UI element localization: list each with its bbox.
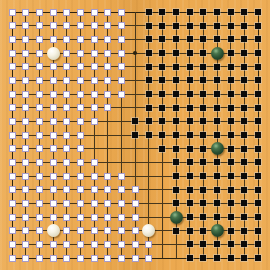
- white-territory-marker: [63, 36, 70, 43]
- black-stone[interactable]: [211, 224, 224, 237]
- white-territory-marker: [36, 91, 43, 98]
- white-territory-marker: [50, 63, 57, 70]
- black-territory-marker: [173, 132, 179, 138]
- white-territory-marker: [118, 227, 125, 234]
- black-territory-marker: [241, 200, 247, 206]
- black-territory-marker: [241, 9, 247, 15]
- white-territory-marker: [77, 91, 84, 98]
- black-territory-marker: [173, 159, 179, 165]
- white-territory-marker: [63, 186, 70, 193]
- white-territory-marker: [36, 77, 43, 84]
- black-territory-marker: [187, 214, 193, 220]
- white-territory-marker: [9, 91, 16, 98]
- white-territory-marker: [63, 200, 70, 207]
- black-territory-marker: [200, 36, 206, 42]
- black-territory-marker: [200, 23, 206, 29]
- black-territory-marker: [255, 228, 261, 234]
- white-territory-marker: [50, 200, 57, 207]
- white-territory-marker: [132, 186, 139, 193]
- black-territory-marker: [255, 132, 261, 138]
- black-territory-marker: [228, 118, 234, 124]
- black-territory-marker: [173, 77, 179, 83]
- black-territory-marker: [159, 64, 165, 70]
- white-territory-marker: [63, 241, 70, 248]
- black-territory-marker: [228, 9, 234, 15]
- white-territory-marker: [104, 186, 111, 193]
- white-territory-marker: [22, 9, 29, 16]
- white-territory-marker: [118, 173, 125, 180]
- black-territory-marker: [214, 173, 220, 179]
- white-territory-marker: [22, 63, 29, 70]
- black-territory-marker: [214, 9, 220, 15]
- white-territory-marker: [36, 227, 43, 234]
- black-territory-marker: [146, 132, 152, 138]
- white-territory-marker: [50, 118, 57, 125]
- white-territory-marker: [104, 9, 111, 16]
- white-territory-marker: [91, 36, 98, 43]
- black-territory-marker: [187, 91, 193, 97]
- white-territory-marker: [77, 255, 84, 262]
- black-territory-marker: [173, 64, 179, 70]
- white-territory-marker: [9, 159, 16, 166]
- white-territory-marker: [118, 77, 125, 84]
- black-territory-marker: [228, 187, 234, 193]
- white-territory-marker: [22, 132, 29, 139]
- white-territory-marker: [77, 173, 84, 180]
- black-territory-marker: [255, 187, 261, 193]
- black-territory-marker: [214, 105, 220, 111]
- white-territory-marker: [63, 255, 70, 262]
- black-territory-marker: [228, 173, 234, 179]
- black-territory-marker: [159, 50, 165, 56]
- white-territory-marker: [77, 227, 84, 234]
- black-territory-marker: [132, 132, 138, 138]
- black-territory-marker: [214, 241, 220, 247]
- white-territory-marker: [9, 255, 16, 262]
- black-territory-marker: [228, 146, 234, 152]
- black-territory-marker: [187, 36, 193, 42]
- white-territory-marker: [36, 214, 43, 221]
- white-territory-marker: [118, 50, 125, 57]
- white-territory-marker: [118, 214, 125, 221]
- black-territory-marker: [187, 173, 193, 179]
- black-territory-marker: [200, 118, 206, 124]
- white-territory-marker: [9, 63, 16, 70]
- white-territory-marker: [104, 77, 111, 84]
- white-territory-marker: [77, 63, 84, 70]
- black-territory-marker: [200, 187, 206, 193]
- black-territory-marker: [200, 105, 206, 111]
- black-stone[interactable]: [211, 142, 224, 155]
- go-board[interactable]: [0, 0, 270, 270]
- white-territory-marker: [36, 50, 43, 57]
- black-territory-marker: [255, 255, 261, 261]
- white-territory-marker: [50, 77, 57, 84]
- black-territory-marker: [187, 9, 193, 15]
- white-territory-marker: [9, 200, 16, 207]
- black-territory-marker: [228, 91, 234, 97]
- white-territory-marker: [63, 173, 70, 180]
- white-territory-marker: [118, 91, 125, 98]
- white-territory-marker: [63, 91, 70, 98]
- black-territory-marker: [200, 241, 206, 247]
- black-stone[interactable]: [170, 211, 183, 224]
- white-territory-marker: [36, 200, 43, 207]
- white-territory-marker: [50, 145, 57, 152]
- white-territory-marker: [50, 255, 57, 262]
- black-territory-marker: [241, 105, 247, 111]
- white-territory-marker: [104, 36, 111, 43]
- black-territory-marker: [255, 105, 261, 111]
- black-territory-marker: [255, 118, 261, 124]
- white-territory-marker: [91, 173, 98, 180]
- white-territory-marker: [22, 255, 29, 262]
- white-territory-marker: [63, 77, 70, 84]
- black-territory-marker: [241, 91, 247, 97]
- white-territory-marker: [118, 22, 125, 29]
- white-territory-marker: [118, 9, 125, 16]
- black-territory-marker: [255, 77, 261, 83]
- white-territory-marker: [63, 104, 70, 111]
- white-territory-marker: [36, 104, 43, 111]
- black-territory-marker: [146, 105, 152, 111]
- black-territory-marker: [159, 77, 165, 83]
- white-territory-marker: [22, 200, 29, 207]
- white-territory-marker: [91, 159, 98, 166]
- white-territory-marker: [63, 227, 70, 234]
- white-territory-marker: [77, 186, 84, 193]
- white-territory-marker: [9, 77, 16, 84]
- black-territory-marker: [173, 91, 179, 97]
- white-territory-marker: [91, 50, 98, 57]
- white-territory-marker: [50, 36, 57, 43]
- black-territory-marker: [228, 105, 234, 111]
- white-territory-marker: [145, 241, 152, 248]
- black-territory-marker: [255, 159, 261, 165]
- black-territory-marker: [159, 118, 165, 124]
- black-territory-marker: [214, 132, 220, 138]
- white-territory-marker: [50, 173, 57, 180]
- black-territory-marker: [146, 64, 152, 70]
- white-territory-marker: [50, 104, 57, 111]
- white-territory-marker: [22, 50, 29, 57]
- white-territory-marker: [63, 9, 70, 16]
- white-stone[interactable]: [47, 47, 60, 60]
- white-territory-marker: [77, 118, 84, 125]
- black-territory-marker: [173, 50, 179, 56]
- white-territory-marker: [118, 241, 125, 248]
- white-territory-marker: [91, 200, 98, 207]
- white-territory-marker: [132, 200, 139, 207]
- black-territory-marker: [228, 228, 234, 234]
- white-territory-marker: [63, 22, 70, 29]
- white-territory-marker: [77, 132, 84, 139]
- white-territory-marker: [36, 241, 43, 248]
- white-territory-marker: [104, 200, 111, 207]
- white-territory-marker: [118, 255, 125, 262]
- black-territory-marker: [200, 255, 206, 261]
- white-territory-marker: [22, 104, 29, 111]
- white-territory-marker: [91, 104, 98, 111]
- black-territory-marker: [241, 241, 247, 247]
- white-territory-marker: [132, 241, 139, 248]
- white-stone[interactable]: [47, 224, 60, 237]
- black-territory-marker: [173, 118, 179, 124]
- white-territory-marker: [118, 63, 125, 70]
- white-territory-marker: [77, 50, 84, 57]
- black-territory-marker: [173, 228, 179, 234]
- black-territory-marker: [228, 64, 234, 70]
- black-territory-marker: [241, 214, 247, 220]
- black-territory-marker: [214, 187, 220, 193]
- white-territory-marker: [91, 63, 98, 70]
- black-territory-marker: [200, 132, 206, 138]
- black-territory-marker: [173, 200, 179, 206]
- black-territory-marker: [200, 228, 206, 234]
- black-territory-marker: [146, 36, 152, 42]
- black-territory-marker: [214, 23, 220, 29]
- black-territory-marker: [255, 23, 261, 29]
- white-territory-marker: [9, 104, 16, 111]
- white-territory-marker: [91, 227, 98, 234]
- black-territory-marker: [214, 36, 220, 42]
- black-territory-marker: [200, 77, 206, 83]
- white-territory-marker: [36, 255, 43, 262]
- white-territory-marker: [77, 214, 84, 221]
- white-territory-marker: [50, 9, 57, 16]
- white-territory-marker: [9, 214, 16, 221]
- white-territory-marker: [22, 36, 29, 43]
- white-territory-marker: [132, 227, 139, 234]
- black-territory-marker: [241, 50, 247, 56]
- black-territory-marker: [173, 173, 179, 179]
- black-territory-marker: [255, 146, 261, 152]
- white-territory-marker: [63, 132, 70, 139]
- black-territory-marker: [187, 200, 193, 206]
- white-territory-marker: [50, 214, 57, 221]
- black-territory-marker: [255, 173, 261, 179]
- white-territory-marker: [9, 145, 16, 152]
- black-territory-marker: [200, 214, 206, 220]
- white-territory-marker: [77, 200, 84, 207]
- white-territory-marker: [132, 255, 139, 262]
- black-territory-marker: [214, 77, 220, 83]
- white-territory-marker: [63, 159, 70, 166]
- black-territory-marker: [228, 241, 234, 247]
- white-territory-marker: [9, 22, 16, 29]
- black-territory-marker: [255, 36, 261, 42]
- white-territory-marker: [22, 159, 29, 166]
- black-territory-marker: [214, 214, 220, 220]
- black-territory-marker: [255, 214, 261, 220]
- black-territory-marker: [200, 64, 206, 70]
- white-territory-marker: [91, 9, 98, 16]
- white-territory-marker: [91, 91, 98, 98]
- white-territory-marker: [104, 255, 111, 262]
- black-territory-marker: [228, 23, 234, 29]
- white-territory-marker: [77, 241, 84, 248]
- black-territory-marker: [241, 159, 247, 165]
- black-territory-marker: [241, 77, 247, 83]
- black-territory-marker: [228, 159, 234, 165]
- white-territory-marker: [22, 77, 29, 84]
- black-territory-marker: [228, 255, 234, 261]
- white-territory-marker: [77, 77, 84, 84]
- white-territory-marker: [104, 241, 111, 248]
- white-territory-marker: [9, 9, 16, 16]
- white-territory-marker: [36, 22, 43, 29]
- white-territory-marker: [91, 214, 98, 221]
- black-territory-marker: [159, 23, 165, 29]
- black-territory-marker: [146, 9, 152, 15]
- white-territory-marker: [118, 186, 125, 193]
- black-territory-marker: [173, 146, 179, 152]
- black-territory-marker: [200, 50, 206, 56]
- white-territory-marker: [22, 173, 29, 180]
- white-territory-marker: [91, 22, 98, 29]
- black-territory-marker: [187, 228, 193, 234]
- black-territory-marker: [214, 159, 220, 165]
- white-territory-marker: [104, 227, 111, 234]
- black-territory-marker: [214, 255, 220, 261]
- white-territory-marker: [36, 63, 43, 70]
- white-territory-marker: [91, 255, 98, 262]
- white-territory-marker: [91, 118, 98, 125]
- black-territory-marker: [255, 200, 261, 206]
- white-territory-marker: [50, 132, 57, 139]
- black-territory-marker: [241, 146, 247, 152]
- white-stone[interactable]: [142, 224, 155, 237]
- white-territory-marker: [22, 227, 29, 234]
- white-territory-marker: [22, 145, 29, 152]
- white-territory-marker: [118, 200, 125, 207]
- black-territory-marker: [228, 132, 234, 138]
- white-territory-marker: [36, 36, 43, 43]
- white-territory-marker: [104, 63, 111, 70]
- star-point: [133, 51, 137, 55]
- black-territory-marker: [214, 200, 220, 206]
- black-territory-marker: [187, 146, 193, 152]
- white-territory-marker: [36, 118, 43, 125]
- black-territory-marker: [228, 214, 234, 220]
- black-territory-marker: [241, 132, 247, 138]
- black-territory-marker: [146, 91, 152, 97]
- white-territory-marker: [22, 214, 29, 221]
- white-territory-marker: [77, 145, 84, 152]
- white-territory-marker: [9, 36, 16, 43]
- white-territory-marker: [91, 241, 98, 248]
- black-territory-marker: [173, 105, 179, 111]
- white-territory-marker: [91, 77, 98, 84]
- white-territory-marker: [132, 214, 139, 221]
- white-territory-marker: [50, 22, 57, 29]
- black-territory-marker: [146, 77, 152, 83]
- white-territory-marker: [63, 63, 70, 70]
- white-territory-marker: [104, 214, 111, 221]
- white-territory-marker: [36, 186, 43, 193]
- black-territory-marker: [187, 64, 193, 70]
- black-territory-marker: [200, 200, 206, 206]
- white-territory-marker: [145, 255, 152, 262]
- black-territory-marker: [228, 200, 234, 206]
- white-territory-marker: [36, 132, 43, 139]
- black-territory-marker: [214, 91, 220, 97]
- white-territory-marker: [9, 227, 16, 234]
- black-stone[interactable]: [211, 47, 224, 60]
- white-territory-marker: [9, 118, 16, 125]
- black-territory-marker: [187, 187, 193, 193]
- white-territory-marker: [50, 241, 57, 248]
- black-territory-marker: [159, 91, 165, 97]
- black-territory-marker: [187, 159, 193, 165]
- white-territory-marker: [36, 145, 43, 152]
- white-territory-marker: [50, 159, 57, 166]
- black-territory-marker: [200, 146, 206, 152]
- white-territory-marker: [9, 186, 16, 193]
- black-territory-marker: [159, 36, 165, 42]
- black-territory-marker: [159, 9, 165, 15]
- black-territory-marker: [187, 241, 193, 247]
- white-territory-marker: [63, 214, 70, 221]
- white-territory-marker: [77, 22, 84, 29]
- black-territory-marker: [241, 173, 247, 179]
- black-territory-marker: [200, 173, 206, 179]
- white-territory-marker: [22, 91, 29, 98]
- black-territory-marker: [255, 9, 261, 15]
- black-territory-marker: [255, 64, 261, 70]
- white-territory-marker: [50, 91, 57, 98]
- black-territory-marker: [214, 64, 220, 70]
- black-territory-marker: [228, 50, 234, 56]
- white-territory-marker: [77, 104, 84, 111]
- black-territory-marker: [241, 187, 247, 193]
- white-territory-marker: [104, 173, 111, 180]
- black-territory-marker: [241, 255, 247, 261]
- white-territory-marker: [104, 104, 111, 111]
- black-territory-marker: [241, 118, 247, 124]
- black-territory-marker: [146, 23, 152, 29]
- black-territory-marker: [159, 105, 165, 111]
- black-territory-marker: [228, 36, 234, 42]
- black-territory-marker: [187, 105, 193, 111]
- black-territory-marker: [214, 118, 220, 124]
- white-territory-marker: [63, 145, 70, 152]
- black-territory-marker: [187, 50, 193, 56]
- black-territory-marker: [255, 50, 261, 56]
- white-territory-marker: [104, 50, 111, 57]
- black-territory-marker: [241, 36, 247, 42]
- white-territory-marker: [36, 159, 43, 166]
- black-territory-marker: [173, 23, 179, 29]
- white-territory-marker: [22, 241, 29, 248]
- white-territory-marker: [9, 241, 16, 248]
- white-territory-marker: [63, 118, 70, 125]
- black-territory-marker: [159, 146, 165, 152]
- white-territory-marker: [50, 186, 57, 193]
- white-territory-marker: [9, 173, 16, 180]
- black-territory-marker: [173, 9, 179, 15]
- white-territory-marker: [77, 36, 84, 43]
- white-territory-marker: [63, 50, 70, 57]
- white-territory-marker: [22, 186, 29, 193]
- black-territory-marker: [132, 118, 138, 124]
- black-territory-marker: [241, 23, 247, 29]
- white-territory-marker: [104, 22, 111, 29]
- black-territory-marker: [187, 255, 193, 261]
- black-territory-marker: [187, 118, 193, 124]
- black-territory-marker: [187, 77, 193, 83]
- black-territory-marker: [187, 23, 193, 29]
